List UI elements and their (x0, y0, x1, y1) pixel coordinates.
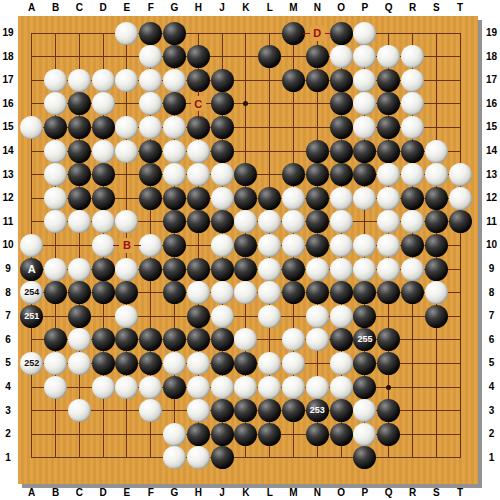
white-stone-H13 (187, 163, 210, 186)
column-label-bottom-O: O (333, 486, 349, 500)
white-stone-P3 (353, 399, 376, 422)
white-stone-J4 (211, 376, 234, 399)
black-stone-H17 (187, 69, 210, 92)
white-stone-J13 (211, 163, 234, 186)
black-stone-Q16 (377, 92, 400, 115)
black-stone-J9 (211, 258, 234, 281)
black-stone-P7 (353, 305, 376, 328)
white-stone-O18 (330, 45, 353, 68)
column-label-top-E: E (119, 1, 135, 15)
white-stone-M4 (282, 376, 305, 399)
black-stone-K12 (234, 187, 257, 210)
black-stone-O3 (330, 399, 353, 422)
white-stone-R16 (401, 92, 424, 115)
white-stone-F15 (139, 116, 162, 139)
white-stone-F18 (139, 45, 162, 68)
white-stone-G13 (163, 163, 186, 186)
black-stone-P13 (353, 163, 376, 186)
black-stone-F13 (139, 163, 162, 186)
black-stone-M9 (282, 258, 305, 281)
black-stone-L12 (258, 187, 281, 210)
row-label-right-17: 17 (483, 73, 500, 87)
black-stone-S7 (425, 305, 448, 328)
black-stone-N2 (306, 423, 329, 446)
column-label-top-S: S (428, 1, 444, 15)
black-stone-H12 (187, 187, 210, 210)
point-marker-D: D (310, 26, 325, 41)
black-stone-C12 (68, 187, 91, 210)
white-stone-F3 (139, 399, 162, 422)
black-stone-R14 (401, 140, 424, 163)
column-label-bottom-R: R (405, 486, 421, 500)
white-stone-J12 (211, 187, 234, 210)
black-stone-C7 (68, 305, 91, 328)
black-stone-K2 (234, 423, 257, 446)
black-stone-Q8 (377, 281, 400, 304)
black-stone-N17 (306, 69, 329, 92)
black-stone-D9 (92, 258, 115, 281)
column-label-bottom-N: N (309, 486, 325, 500)
black-stone-P14 (353, 140, 376, 163)
white-stone-D4 (92, 376, 115, 399)
marker-dash (198, 113, 199, 118)
row-label-right-3: 3 (483, 404, 500, 418)
white-stone-N7 (306, 305, 329, 328)
star-point (243, 101, 248, 106)
column-label-top-A: A (24, 1, 40, 15)
row-label-left-12: 12 (0, 191, 16, 205)
white-stone-G17 (163, 69, 186, 92)
row-label-left-13: 13 (0, 168, 16, 182)
row-label-left-10: 10 (0, 238, 16, 252)
black-stone-Q15 (377, 116, 400, 139)
black-stone-H6 (187, 328, 210, 351)
black-stone-C13 (68, 163, 91, 186)
black-stone-G18 (163, 45, 186, 68)
row-label-left-4: 4 (0, 380, 16, 394)
black-stone-G8 (163, 281, 186, 304)
black-stone-G11 (163, 210, 186, 233)
row-label-right-7: 7 (483, 309, 500, 323)
white-stone-R15 (401, 116, 424, 139)
black-stone-S12 (425, 187, 448, 210)
white-stone-Q9 (377, 258, 400, 281)
black-stone-L2 (258, 423, 281, 446)
black-stone-Q5 (377, 352, 400, 375)
white-stone-M6 (282, 328, 305, 351)
column-label-top-O: O (333, 1, 349, 15)
white-stone-G5 (163, 352, 186, 375)
white-stone-O11 (330, 210, 353, 233)
black-stone-P8 (353, 281, 376, 304)
white-stone-F4 (139, 376, 162, 399)
row-label-left-18: 18 (0, 50, 16, 64)
white-stone-F10 (139, 234, 162, 257)
white-stone-L5 (258, 352, 281, 375)
row-label-right-19: 19 (483, 26, 500, 40)
column-label-top-K: K (238, 1, 254, 15)
row-label-left-8: 8 (0, 286, 16, 300)
column-label-bottom-K: K (238, 486, 254, 500)
white-stone-N9 (306, 258, 329, 281)
white-stone-M5 (282, 352, 305, 375)
black-stone-M13 (282, 163, 305, 186)
marker-dash (198, 90, 199, 95)
column-label-bottom-H: H (190, 486, 206, 500)
black-stone-Q6 (377, 328, 400, 351)
black-stone-B8 (44, 281, 67, 304)
black-stone-J1 (211, 446, 234, 469)
white-stone-B12 (44, 187, 67, 210)
row-label-right-6: 6 (483, 333, 500, 347)
black-stone-J6 (211, 328, 234, 351)
black-stone-K3 (234, 399, 257, 422)
black-stone-O13 (330, 163, 353, 186)
black-stone-S9 (425, 258, 448, 281)
row-label-left-2: 2 (0, 427, 16, 441)
black-stone-F5 (139, 352, 162, 375)
black-stone-R8 (401, 281, 424, 304)
black-stone-N10 (306, 234, 329, 257)
white-stone-E19 (115, 22, 138, 45)
row-label-right-15: 15 (483, 120, 500, 134)
black-stone-J5 (211, 352, 234, 375)
white-stone-J7 (211, 305, 234, 328)
column-label-top-J: J (214, 1, 230, 15)
white-stone-L8 (258, 281, 281, 304)
white-stone-E14 (115, 140, 138, 163)
black-stone-C8 (68, 281, 91, 304)
white-stone-G1 (163, 446, 186, 469)
black-stone-O17 (330, 69, 353, 92)
white-stone-M10 (282, 234, 305, 257)
black-stone-M8 (282, 281, 305, 304)
white-stone-O9 (330, 258, 353, 281)
white-stone-D11 (92, 210, 115, 233)
white-stone-B9 (44, 258, 67, 281)
stone-move-label: 254 (24, 288, 39, 297)
black-stone-C14 (68, 140, 91, 163)
black-stone-C16 (68, 92, 91, 115)
black-stone-F19 (139, 22, 162, 45)
point-marker-B: B (119, 238, 134, 253)
star-point (386, 385, 391, 390)
column-label-bottom-F: F (143, 486, 159, 500)
row-label-left-7: 7 (0, 309, 16, 323)
white-stone-E11 (115, 210, 138, 233)
white-stone-H8 (187, 281, 210, 304)
white-stone-S13 (425, 163, 448, 186)
black-stone-S11 (425, 210, 448, 233)
point-marker-C: C (191, 96, 206, 111)
white-stone-B4 (44, 376, 67, 399)
white-stone-G2 (163, 423, 186, 446)
black-stone-G9 (163, 258, 186, 281)
black-stone-N14 (306, 140, 329, 163)
black-stone-K9 (234, 258, 257, 281)
black-stone-M3 (282, 399, 305, 422)
white-stone-C11 (68, 210, 91, 233)
white-stone-Q11 (377, 210, 400, 233)
column-label-bottom-Q: Q (381, 486, 397, 500)
white-stone-N6 (306, 328, 329, 351)
black-stone-A7: 251 (20, 305, 43, 328)
white-stone-P16 (353, 92, 376, 115)
row-label-left-15: 15 (0, 120, 16, 134)
black-stone-K13 (234, 163, 257, 186)
white-stone-G15 (163, 116, 186, 139)
grid-line-horizontal (31, 316, 460, 317)
column-label-bottom-D: D (95, 486, 111, 500)
white-stone-H14 (187, 140, 210, 163)
white-stone-C3 (68, 399, 91, 422)
black-stone-J3 (211, 399, 234, 422)
column-label-top-H: H (190, 1, 206, 15)
white-stone-P17 (353, 69, 376, 92)
marker-dash (113, 245, 118, 246)
row-label-right-4: 4 (483, 380, 500, 394)
white-stone-Q18 (377, 45, 400, 68)
row-label-right-8: 8 (483, 286, 500, 300)
white-stone-B11 (44, 210, 67, 233)
column-label-bottom-E: E (119, 486, 135, 500)
white-stone-D14 (92, 140, 115, 163)
row-label-left-11: 11 (0, 215, 16, 229)
black-stone-G10 (163, 234, 186, 257)
white-stone-C9 (68, 258, 91, 281)
white-stone-R18 (401, 45, 424, 68)
black-stone-J15 (211, 116, 234, 139)
column-label-top-G: G (167, 1, 183, 15)
white-stone-H1 (187, 446, 210, 469)
black-stone-H18 (187, 45, 210, 68)
white-stone-M11 (282, 210, 305, 233)
white-stone-K4 (234, 376, 257, 399)
row-label-left-17: 17 (0, 73, 16, 87)
row-label-right-18: 18 (483, 50, 500, 64)
black-stone-S10 (425, 234, 448, 257)
grid-line-vertical (460, 33, 461, 459)
row-label-right-9: 9 (483, 262, 500, 276)
white-stone-D10 (92, 234, 115, 257)
black-stone-J14 (211, 140, 234, 163)
row-label-right-12: 12 (483, 191, 500, 205)
white-stone-P15 (353, 116, 376, 139)
column-label-bottom-P: P (357, 486, 373, 500)
column-label-top-M: M (286, 1, 302, 15)
black-stone-O2 (330, 423, 353, 446)
grid-line-horizontal (31, 457, 460, 458)
white-stone-L4 (258, 376, 281, 399)
black-stone-D15 (92, 116, 115, 139)
black-stone-P6: 255 (353, 328, 376, 351)
column-label-top-N: N (309, 1, 325, 15)
column-label-top-L: L (262, 1, 278, 15)
stone-move-label: 253 (310, 406, 325, 415)
black-stone-Q3 (377, 399, 400, 422)
white-stone-E9 (115, 258, 138, 281)
black-stone-R10 (401, 234, 424, 257)
column-label-bottom-J: J (214, 486, 230, 500)
black-stone-F14 (139, 140, 162, 163)
column-label-bottom-B: B (48, 486, 64, 500)
black-stone-A9: A (20, 258, 43, 281)
white-stone-T13 (449, 163, 472, 186)
white-stone-B5 (44, 352, 67, 375)
marker-dash (326, 33, 331, 34)
white-stone-S8 (425, 281, 448, 304)
row-label-right-13: 13 (483, 168, 500, 182)
column-label-bottom-C: C (71, 486, 87, 500)
white-stone-N4 (306, 376, 329, 399)
white-stone-E7 (115, 305, 138, 328)
white-stone-B14 (44, 140, 67, 163)
row-label-right-5: 5 (483, 356, 500, 370)
black-stone-N12 (306, 187, 329, 210)
goban: A254251255252253BCD (18, 16, 478, 484)
white-stone-K8 (234, 281, 257, 304)
white-stone-T12 (449, 187, 472, 210)
white-stone-F16 (139, 92, 162, 115)
black-stone-O15 (330, 116, 353, 139)
white-stone-J8 (211, 281, 234, 304)
column-label-bottom-S: S (428, 486, 444, 500)
white-stone-O12 (330, 187, 353, 210)
white-stone-R9 (401, 258, 424, 281)
black-stone-L3 (258, 399, 281, 422)
column-label-top-T: T (452, 1, 468, 15)
black-stone-G16 (163, 92, 186, 115)
white-stone-K6 (234, 328, 257, 351)
white-stone-A15 (20, 116, 43, 139)
black-stone-O16 (330, 92, 353, 115)
white-stone-L10 (258, 234, 281, 257)
black-stone-D13 (92, 163, 115, 186)
column-label-top-F: F (143, 1, 159, 15)
black-stone-E5 (115, 352, 138, 375)
black-stone-M17 (282, 69, 305, 92)
white-stone-B16 (44, 92, 67, 115)
white-stone-L7 (258, 305, 281, 328)
white-stone-K11 (234, 210, 257, 233)
white-stone-E15 (115, 116, 138, 139)
white-stone-A5: 252 (20, 352, 43, 375)
column-label-bottom-A: A (24, 486, 40, 500)
black-stone-G19 (163, 22, 186, 45)
black-stone-N8 (306, 281, 329, 304)
black-stone-B6 (44, 328, 67, 351)
column-label-top-P: P (357, 1, 373, 15)
white-stone-A10 (20, 234, 43, 257)
white-stone-R11 (401, 210, 424, 233)
white-stone-H5 (187, 352, 210, 375)
row-label-right-10: 10 (483, 238, 500, 252)
column-label-top-R: R (405, 1, 421, 15)
black-stone-B15 (44, 116, 67, 139)
row-label-right-2: 2 (483, 427, 500, 441)
black-stone-G6 (163, 328, 186, 351)
row-label-left-6: 6 (0, 333, 16, 347)
white-stone-R13 (401, 163, 424, 186)
black-stone-T11 (449, 210, 472, 233)
white-stone-P18 (353, 45, 376, 68)
black-stone-E6 (115, 328, 138, 351)
row-label-left-14: 14 (0, 144, 16, 158)
black-stone-K5 (234, 352, 257, 375)
white-stone-J10 (211, 234, 234, 257)
row-label-right-1: 1 (483, 451, 500, 465)
white-stone-O7 (330, 305, 353, 328)
column-label-top-C: C (71, 1, 87, 15)
stone-move-label: A (28, 264, 36, 275)
black-stone-N13 (306, 163, 329, 186)
white-stone-P12 (353, 187, 376, 210)
black-stone-J2 (211, 423, 234, 446)
white-stone-H3 (187, 399, 210, 422)
white-stone-A8: 254 (20, 281, 43, 304)
row-label-left-9: 9 (0, 262, 16, 276)
black-stone-N11 (306, 210, 329, 233)
white-stone-C5 (68, 352, 91, 375)
white-stone-S14 (425, 140, 448, 163)
black-stone-N3: 253 (306, 399, 329, 422)
row-label-left-19: 19 (0, 26, 16, 40)
white-stone-B13 (44, 163, 67, 186)
black-stone-G4 (163, 376, 186, 399)
column-label-bottom-M: M (286, 486, 302, 500)
white-stone-Q12 (377, 187, 400, 210)
white-stone-M12 (282, 187, 305, 210)
white-stone-L11 (258, 210, 281, 233)
white-stone-O10 (330, 234, 353, 257)
black-stone-P1 (353, 446, 376, 469)
row-label-right-16: 16 (483, 97, 500, 111)
black-stone-E8 (115, 281, 138, 304)
column-label-bottom-T: T (452, 486, 468, 500)
white-stone-D17 (92, 69, 115, 92)
black-stone-H7 (187, 305, 210, 328)
black-stone-H11 (187, 210, 210, 233)
black-stone-K10 (234, 234, 257, 257)
black-stone-F12 (139, 187, 162, 210)
column-label-bottom-L: L (262, 486, 278, 500)
black-stone-Q17 (377, 69, 400, 92)
black-stone-O8 (330, 281, 353, 304)
row-label-left-3: 3 (0, 404, 16, 418)
black-stone-H9 (187, 258, 210, 281)
stone-move-label: 251 (24, 312, 39, 321)
black-stone-C15 (68, 116, 91, 139)
white-stone-P19 (353, 22, 376, 45)
white-stone-P10 (353, 234, 376, 257)
row-label-left-1: 1 (0, 451, 16, 465)
white-stone-B17 (44, 69, 67, 92)
black-stone-H2 (187, 423, 210, 446)
white-stone-R17 (401, 69, 424, 92)
white-stone-C6 (68, 328, 91, 351)
white-stone-C17 (68, 69, 91, 92)
stone-move-label: 252 (24, 359, 39, 368)
black-stone-H15 (187, 116, 210, 139)
column-label-top-D: D (95, 1, 111, 15)
black-stone-O6 (330, 328, 353, 351)
white-stone-F17 (139, 69, 162, 92)
black-stone-D8 (92, 281, 115, 304)
white-stone-Q13 (377, 163, 400, 186)
black-stone-L18 (258, 45, 281, 68)
black-stone-Q14 (377, 140, 400, 163)
white-stone-O4 (330, 376, 353, 399)
